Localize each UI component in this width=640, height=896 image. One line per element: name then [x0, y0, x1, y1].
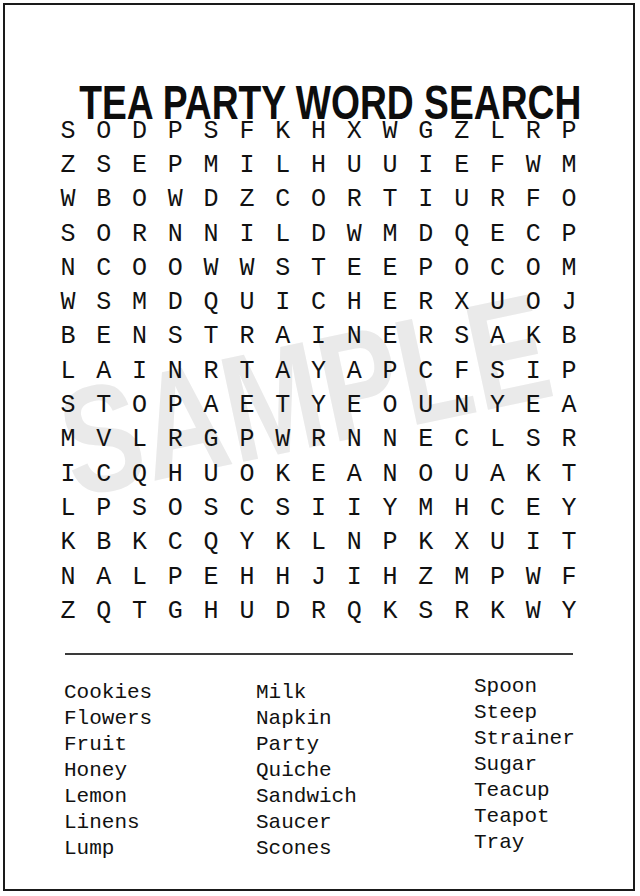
word-list-column: SpoonSteepStrainerSugarTeacupTeapotTray: [474, 674, 575, 856]
word-item: Fruit: [64, 732, 152, 758]
word-item: Lemon: [64, 784, 152, 810]
word-item: Honey: [64, 758, 152, 784]
word-item: Flowers: [64, 706, 152, 732]
word-item: Sandwich: [256, 784, 357, 810]
word-item: Tray: [474, 830, 575, 856]
word-item: Steep: [474, 700, 575, 726]
word-item: Sugar: [474, 752, 575, 778]
word-item: Scones: [256, 836, 357, 862]
word-item: Party: [256, 732, 357, 758]
word-item: Strainer: [474, 726, 575, 752]
word-item: Milk: [256, 680, 357, 706]
word-item: Quiche: [256, 758, 357, 784]
word-item: Cookies: [64, 680, 152, 706]
word-item: Linens: [64, 810, 152, 836]
word-item: Lump: [64, 836, 152, 862]
word-item: Saucer: [256, 810, 357, 836]
word-list-column: CookiesFlowersFruitHoneyLemonLinensLump: [64, 680, 152, 862]
word-item: Teacup: [474, 778, 575, 804]
word-item: Spoon: [474, 674, 575, 700]
word-list-column: MilkNapkinPartyQuicheSandwichSaucerScone…: [256, 680, 357, 862]
word-item: Teapot: [474, 804, 575, 830]
word-item: Napkin: [256, 706, 357, 732]
word-list: CookiesFlowersFruitHoneyLemonLinensLumpM…: [0, 0, 640, 896]
